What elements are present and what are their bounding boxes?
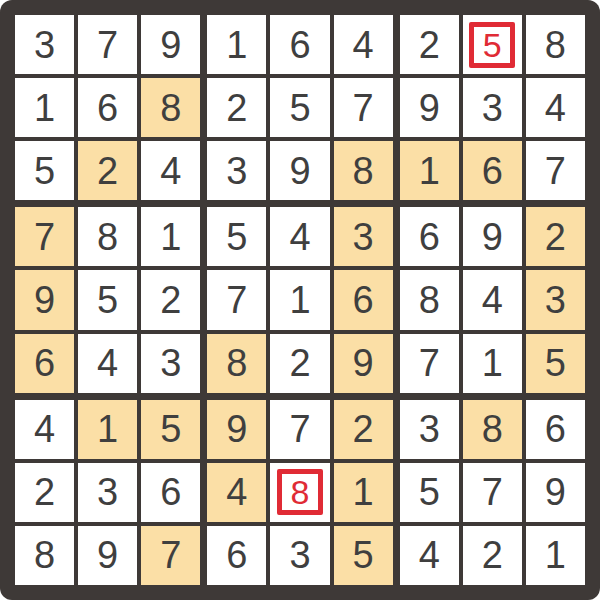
cell-value: 1 [482, 344, 503, 382]
cell-value: 9 [289, 152, 310, 190]
sudoku-board: 3791685241642573982589341677819526435437… [0, 0, 600, 600]
cell-r4c8[interactable]: 9 [463, 207, 522, 266]
cell-value: 9 [226, 410, 247, 448]
cell-value: 5 [97, 281, 118, 319]
cell-value: 3 [353, 218, 374, 256]
cell-value: 1 [34, 89, 55, 127]
cell-value: 5 [289, 89, 310, 127]
cell-value: 2 [289, 344, 310, 382]
cell-r8c8[interactable]: 7 [463, 463, 522, 522]
cell-value: 8 [353, 152, 374, 190]
cell-r9c5[interactable]: 3 [270, 526, 329, 585]
cell-value: 7 [482, 473, 503, 511]
cell-r2c5[interactable]: 5 [270, 78, 329, 137]
cell-value: 8 [291, 475, 310, 509]
box-r2c1: 781952643 [15, 207, 200, 392]
cell-value: 4 [482, 281, 503, 319]
cell-r4c7[interactable]: 6 [400, 207, 459, 266]
cell-value: 9 [160, 26, 181, 64]
cell-value: 4 [289, 218, 310, 256]
selected-cell-frame: 8 [277, 469, 323, 515]
cell-value: 9 [482, 218, 503, 256]
cell-r7c2[interactable]: 1 [78, 400, 137, 459]
cell-r7c3[interactable]: 5 [141, 400, 200, 459]
cell-r2c4[interactable]: 2 [207, 78, 266, 137]
cell-r1c8[interactable]: 5 [463, 15, 522, 74]
cell-r1c9[interactable]: 8 [526, 15, 585, 74]
cell-value: 5 [353, 536, 374, 574]
cell-r2c6[interactable]: 7 [334, 78, 393, 137]
cell-r6c9[interactable]: 5 [526, 334, 585, 393]
cell-value: 3 [419, 410, 440, 448]
cell-value: 9 [34, 281, 55, 319]
cell-r3c4[interactable]: 3 [207, 141, 266, 200]
cell-r8c6[interactable]: 1 [334, 463, 393, 522]
cell-r4c9[interactable]: 2 [526, 207, 585, 266]
cell-value: 3 [34, 26, 55, 64]
cell-r5c7[interactable]: 8 [400, 270, 459, 329]
cell-value: 2 [160, 281, 181, 319]
cell-value: 3 [289, 536, 310, 574]
cell-r5c1[interactable]: 9 [15, 270, 74, 329]
cell-value: 2 [545, 218, 566, 256]
cell-value: 6 [545, 410, 566, 448]
cell-r1c3[interactable]: 9 [141, 15, 200, 74]
cell-r1c2[interactable]: 7 [78, 15, 137, 74]
cell-value: 2 [34, 473, 55, 511]
cell-r9c1[interactable]: 8 [15, 526, 74, 585]
cell-r9c3[interactable]: 7 [141, 526, 200, 585]
cell-r2c1[interactable]: 1 [15, 78, 74, 137]
cell-r2c2[interactable]: 6 [78, 78, 137, 137]
cell-r2c9[interactable]: 4 [526, 78, 585, 137]
cell-r3c8[interactable]: 6 [463, 141, 522, 200]
cell-r1c6[interactable]: 4 [334, 15, 393, 74]
cell-value: 7 [419, 344, 440, 382]
cell-value: 7 [289, 410, 310, 448]
cell-value: 7 [353, 89, 374, 127]
cell-value: 9 [419, 89, 440, 127]
cell-value: 6 [226, 536, 247, 574]
cell-value: 8 [97, 218, 118, 256]
cell-value: 9 [545, 473, 566, 511]
cell-value: 1 [160, 218, 181, 256]
cell-value: 4 [353, 26, 374, 64]
cell-r3c2[interactable]: 2 [78, 141, 137, 200]
cell-r8c1[interactable]: 2 [15, 463, 74, 522]
cell-value: 8 [419, 281, 440, 319]
cell-r9c7[interactable]: 4 [400, 526, 459, 585]
cell-r6c7[interactable]: 7 [400, 334, 459, 393]
box-r2c3: 692843715 [400, 207, 585, 392]
box-r1c1: 379168524 [15, 15, 200, 200]
cell-r6c4[interactable]: 8 [207, 334, 266, 393]
cell-r7c4[interactable]: 9 [207, 400, 266, 459]
cell-r1c7[interactable]: 2 [400, 15, 459, 74]
cell-value: 2 [419, 26, 440, 64]
cell-r4c6[interactable]: 3 [334, 207, 393, 266]
cell-value: 7 [160, 536, 181, 574]
cell-r6c1[interactable]: 6 [15, 334, 74, 393]
cell-r4c4[interactable]: 5 [207, 207, 266, 266]
cell-r6c8[interactable]: 1 [463, 334, 522, 393]
cell-value: 3 [226, 152, 247, 190]
cell-r8c2[interactable]: 3 [78, 463, 137, 522]
cell-r6c6[interactable]: 9 [334, 334, 393, 393]
cell-r7c9[interactable]: 6 [526, 400, 585, 459]
cell-r9c9[interactable]: 1 [526, 526, 585, 585]
cell-r3c5[interactable]: 9 [270, 141, 329, 200]
cell-value: 6 [34, 344, 55, 382]
cell-value: 8 [34, 536, 55, 574]
cell-value: 5 [34, 152, 55, 190]
cell-value: 1 [226, 26, 247, 64]
cell-r4c1[interactable]: 7 [15, 207, 74, 266]
cell-r9c2[interactable]: 9 [78, 526, 137, 585]
cell-r3c7[interactable]: 1 [400, 141, 459, 200]
cell-r7c5[interactable]: 7 [270, 400, 329, 459]
cell-value: 5 [483, 28, 502, 62]
box-r3c2: 972481635 [207, 400, 392, 585]
cell-value: 7 [545, 152, 566, 190]
sudoku-grid: 3791685241642573982589341677819526435437… [15, 15, 585, 585]
cell-r8c9[interactable]: 9 [526, 463, 585, 522]
cell-value: 5 [545, 344, 566, 382]
cell-value: 1 [545, 536, 566, 574]
cell-r7c1[interactable]: 4 [15, 400, 74, 459]
cell-r3c9[interactable]: 7 [526, 141, 585, 200]
cell-r8c5[interactable]: 8 [270, 463, 329, 522]
cell-value: 4 [419, 536, 440, 574]
cell-r5c3[interactable]: 2 [141, 270, 200, 329]
cell-value: 2 [482, 536, 503, 574]
cell-value: 2 [226, 89, 247, 127]
cell-r9c6[interactable]: 5 [334, 526, 393, 585]
cell-value: 7 [34, 218, 55, 256]
cell-r3c3[interactable]: 4 [141, 141, 200, 200]
cell-value: 4 [545, 89, 566, 127]
cell-value: 8 [482, 410, 503, 448]
cell-r2c3[interactable]: 8 [141, 78, 200, 137]
cell-value: 5 [226, 218, 247, 256]
cell-r3c6[interactable]: 8 [334, 141, 393, 200]
cell-value: 8 [160, 89, 181, 127]
cell-value: 1 [353, 473, 374, 511]
cell-r5c5[interactable]: 1 [270, 270, 329, 329]
cell-value: 1 [97, 410, 118, 448]
cell-r5c6[interactable]: 6 [334, 270, 393, 329]
cell-value: 4 [97, 344, 118, 382]
cell-r5c9[interactable]: 3 [526, 270, 585, 329]
cell-r8c4[interactable]: 4 [207, 463, 266, 522]
cell-r1c5[interactable]: 6 [270, 15, 329, 74]
cell-r6c5[interactable]: 2 [270, 334, 329, 393]
cell-r9c4[interactable]: 6 [207, 526, 266, 585]
cell-value: 4 [160, 152, 181, 190]
cell-r5c8[interactable]: 4 [463, 270, 522, 329]
cell-r9c8[interactable]: 2 [463, 526, 522, 585]
cell-r4c3[interactable]: 1 [141, 207, 200, 266]
cell-value: 4 [34, 410, 55, 448]
cell-r7c6[interactable]: 2 [334, 400, 393, 459]
cell-value: 6 [289, 26, 310, 64]
box-r1c3: 258934167 [400, 15, 585, 200]
cell-r6c3[interactable]: 3 [141, 334, 200, 393]
cell-value: 5 [419, 473, 440, 511]
cell-r6c2[interactable]: 4 [78, 334, 137, 393]
box-r2c2: 543716829 [207, 207, 392, 392]
cell-r3c1[interactable]: 5 [15, 141, 74, 200]
cell-r8c3[interactable]: 6 [141, 463, 200, 522]
box-r1c2: 164257398 [207, 15, 392, 200]
cell-value: 3 [545, 281, 566, 319]
cell-value: 6 [160, 473, 181, 511]
cell-value: 6 [353, 281, 374, 319]
box-r3c1: 415236897 [15, 400, 200, 585]
cell-r1c1[interactable]: 3 [15, 15, 74, 74]
cell-value: 3 [160, 344, 181, 382]
cell-value: 5 [160, 410, 181, 448]
cell-value: 3 [97, 473, 118, 511]
cell-value: 6 [419, 218, 440, 256]
cell-value: 2 [353, 410, 374, 448]
cell-r2c7[interactable]: 9 [400, 78, 459, 137]
cell-r1c4[interactable]: 1 [207, 15, 266, 74]
cell-value: 8 [545, 26, 566, 64]
cell-r4c2[interactable]: 8 [78, 207, 137, 266]
cell-value: 3 [482, 89, 503, 127]
cell-r5c4[interactable]: 7 [207, 270, 266, 329]
cell-value: 7 [226, 281, 247, 319]
cell-value: 2 [97, 152, 118, 190]
cell-value: 8 [226, 344, 247, 382]
cell-r4c5[interactable]: 4 [270, 207, 329, 266]
box-r3c3: 386579421 [400, 400, 585, 585]
cell-value: 6 [482, 152, 503, 190]
cell-r8c7[interactable]: 5 [400, 463, 459, 522]
selected-cell-frame: 5 [469, 22, 515, 68]
cell-r2c8[interactable]: 3 [463, 78, 522, 137]
cell-r7c8[interactable]: 8 [463, 400, 522, 459]
cell-r5c2[interactable]: 5 [78, 270, 137, 329]
cell-value: 4 [226, 473, 247, 511]
cell-value: 1 [289, 281, 310, 319]
cell-r7c7[interactable]: 3 [400, 400, 459, 459]
cell-value: 1 [419, 152, 440, 190]
cell-value: 6 [97, 89, 118, 127]
cell-value: 9 [97, 536, 118, 574]
cell-value: 7 [97, 26, 118, 64]
cell-value: 9 [353, 344, 374, 382]
